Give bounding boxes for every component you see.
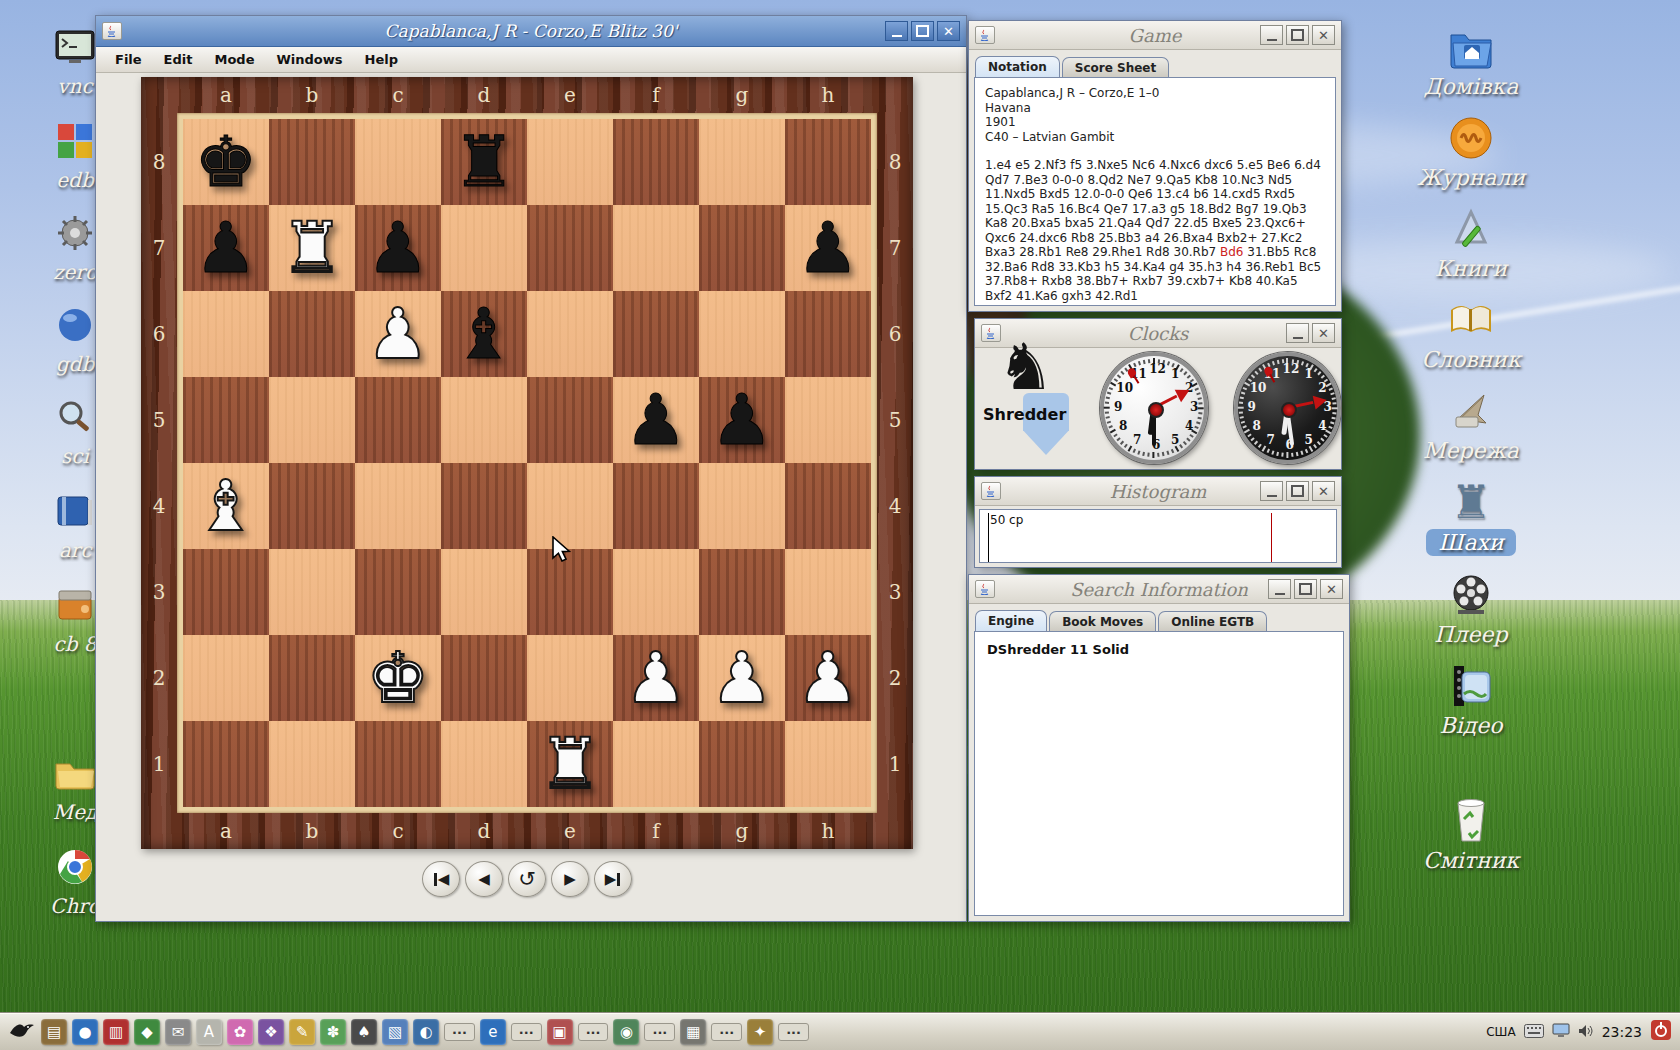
square-f8[interactable] [613, 119, 699, 205]
square-d3[interactable] [441, 549, 527, 635]
taskbar-overflow-button[interactable]: ... [511, 1023, 542, 1041]
desktop-icon-label: Мережа [1423, 438, 1519, 463]
game-header: Capablanca,J R – Corzo,E 1–0Havana1901C4… [985, 86, 1325, 144]
start-bird-icon[interactable] [8, 1019, 36, 1045]
square-a7[interactable]: ♟ [183, 205, 269, 291]
coord-label: 4 [141, 463, 177, 549]
java-icon [975, 26, 995, 44]
square-h6[interactable] [785, 291, 871, 377]
java-icon [975, 580, 995, 598]
minimize-button[interactable] [1286, 323, 1309, 343]
coord-label: 2 [877, 635, 913, 721]
sphere-icon [50, 300, 96, 350]
square-d5[interactable] [441, 377, 527, 463]
square-b2[interactable] [269, 635, 355, 721]
next-move-button[interactable]: ▶ [551, 861, 589, 897]
books-icon [1446, 204, 1496, 254]
close-button[interactable]: ✕ [1312, 481, 1335, 501]
search-tabs: EngineBook MovesOnline EGTB [969, 604, 1349, 632]
maximize-button[interactable] [1286, 25, 1309, 45]
coord-label: 1 [877, 721, 913, 807]
coord-label: h [785, 813, 871, 849]
tab-notation[interactable]: Notation [975, 56, 1060, 78]
coord-label: a [183, 813, 269, 849]
board-squares: ♚♜♟♜♟♟♟♝♟♟♝♚♟♟♟♜ [183, 119, 871, 807]
close-button[interactable]: ✕ [1312, 323, 1335, 343]
white-rook[interactable]: ♜ [269, 205, 355, 291]
histogram-plot: 50 cp 51015202530354 [979, 509, 1337, 563]
taskbar-app-icon[interactable]: ✽ [320, 1019, 346, 1045]
coord-label: 6 [877, 291, 913, 377]
square-c4[interactable] [355, 463, 441, 549]
square-g4[interactable] [699, 463, 785, 549]
desktop-icon-label: Домівка [1424, 74, 1519, 99]
java-icon [102, 22, 122, 40]
histogram-window: Histogram ✕ 50 cp 51015202530354 [974, 476, 1342, 568]
square-c7[interactable]: ♟ [355, 205, 441, 291]
histogram-title-bar[interactable]: Histogram ✕ [975, 477, 1341, 506]
square-h1[interactable] [785, 721, 871, 807]
coord-label: 5 [141, 377, 177, 463]
game-window: Game ✕ NotationScore Sheet Capablanca,J … [968, 20, 1342, 312]
chrome-icon [50, 842, 96, 892]
desktop-icon-magnifier[interactable]: sci [30, 392, 96, 468]
square-h5[interactable] [785, 377, 871, 463]
takeback-icon: ↺ [518, 869, 536, 890]
main-title-bar[interactable]: Capablanca,J R - Corzo,E Blitz 30' ✕ [96, 16, 966, 47]
magnifier-icon [50, 392, 96, 442]
network-icon [1446, 386, 1496, 436]
current-move[interactable]: Bd6 [1220, 245, 1243, 259]
black-pawn[interactable]: ♟ [355, 205, 441, 291]
taskbar-overflow-button[interactable]: ... [644, 1023, 675, 1041]
coord-label: 3 [877, 549, 913, 635]
square-a4[interactable]: ♝ [183, 463, 269, 549]
desktop-icon-video[interactable]: Відео [1439, 661, 1502, 738]
speaker-icon[interactable] [1578, 1023, 1594, 1042]
square-b6[interactable] [269, 291, 355, 377]
square-c3[interactable] [355, 549, 441, 635]
square-b7[interactable]: ♜ [269, 205, 355, 291]
search-information-window: Search Information ✕ EngineBook MovesOnl… [968, 574, 1350, 922]
square-d4[interactable] [441, 463, 527, 549]
taskbar-overflow-button[interactable]: ... [444, 1023, 475, 1041]
black-rook[interactable]: ♜ [441, 119, 527, 205]
coord-label: 5 [877, 377, 913, 463]
desktop-icon-bluebook[interactable]: arc [30, 486, 96, 562]
square-e8[interactable] [527, 119, 613, 205]
square-e6[interactable] [527, 291, 613, 377]
desktop-icon-label: sci [61, 444, 89, 468]
coord-label: 4 [877, 463, 913, 549]
taskbar-icons: ▤●▥◆✉A✿❖✎✽♠▧◐...e...▣...◉...▦...✦... [41, 1019, 809, 1045]
menu-bar: FileEditModeWindowsHelp [96, 47, 966, 73]
minimize-button[interactable] [1268, 579, 1291, 599]
square-d6[interactable]: ♝ [441, 291, 527, 377]
black-pawn[interactable]: ♟ [785, 205, 871, 291]
first-move-icon: ◀ [438, 870, 450, 888]
taskbar-app-icon[interactable]: ❖ [258, 1019, 284, 1045]
square-b1[interactable] [269, 721, 355, 807]
tab-score-sheet[interactable]: Score Sheet [1062, 57, 1169, 78]
taskbar-app-icon[interactable]: ● [72, 1019, 98, 1045]
square-a1[interactable] [183, 721, 269, 807]
game-tabs: NotationScore Sheet [969, 50, 1341, 78]
square-a5[interactable] [183, 377, 269, 463]
move-navigation: ◀◀↺▶▶ [141, 861, 913, 897]
square-f5[interactable]: ♟ [613, 377, 699, 463]
square-g3[interactable] [699, 549, 785, 635]
java-icon [981, 482, 1001, 500]
taskbar-app-icon[interactable]: ▥ [103, 1019, 129, 1045]
square-e1[interactable]: ♜ [527, 721, 613, 807]
coord-label: b [269, 813, 355, 849]
takeback-button[interactable]: ↺ [508, 861, 546, 897]
coord-label: 1 [141, 721, 177, 807]
taskbar-app-icon[interactable]: ✉ [165, 1019, 191, 1045]
taskbar-app-icon[interactable]: ✿ [227, 1019, 253, 1045]
desktop-icon-terminal[interactable]: vnc [30, 22, 96, 98]
coord-label: d [441, 813, 527, 849]
square-f4[interactable] [613, 463, 699, 549]
square-b8[interactable] [269, 119, 355, 205]
square-a3[interactable] [183, 549, 269, 635]
keyboard-layout-indicator[interactable]: США [1486, 1025, 1515, 1039]
desktop: vncedbzerogdbsciarccb 8МедChro ДомівкаЖу… [0, 0, 1680, 1050]
desktop-right-icon-column: ДомівкаЖурналиКнигиСловникМережа♜ШахиПле… [1396, 22, 1546, 887]
taskbar-app-icon[interactable]: ◆ [134, 1019, 160, 1045]
square-g6[interactable] [699, 291, 785, 377]
coord-label: g [699, 813, 785, 849]
mouse-cursor [552, 536, 574, 566]
desktop-icon-label: vnc [57, 74, 92, 98]
white-rook[interactable]: ♜ [527, 721, 613, 807]
square-f6[interactable] [613, 291, 699, 377]
desktop-icon-orangebox[interactable]: cb 8 [30, 580, 96, 656]
square-h8[interactable] [785, 119, 871, 205]
taskbar-app-icon[interactable]: ◐ [413, 1019, 439, 1045]
square-e7[interactable] [527, 205, 613, 291]
desktop-icon-mosaic[interactable]: edb [30, 116, 96, 192]
desktop-icon-label: Chro [50, 894, 96, 918]
mosaic-icon [50, 116, 96, 166]
square-g5[interactable]: ♟ [699, 377, 785, 463]
square-d1[interactable] [441, 721, 527, 807]
coord-label: 8 [141, 119, 177, 205]
square-b4[interactable] [269, 463, 355, 549]
square-d2[interactable] [441, 635, 527, 721]
square-f2[interactable]: ♟ [613, 635, 699, 721]
square-d7[interactable] [441, 205, 527, 291]
shredder-logo-text: Shredder [983, 405, 1066, 424]
game-title-bar[interactable]: Game ✕ [969, 21, 1341, 50]
rank-labels-right: 87654321 [877, 119, 913, 807]
square-a8[interactable]: ♚ [183, 119, 269, 205]
square-c1[interactable] [355, 721, 441, 807]
maximize-button[interactable] [1294, 579, 1317, 599]
desktop-icon-label: Плеер [1434, 622, 1507, 647]
taskbar-app-icon[interactable]: ✦ [747, 1019, 773, 1045]
square-a2[interactable] [183, 635, 269, 721]
desktop-icon-books[interactable]: Книги [1435, 204, 1508, 281]
trash-icon [1446, 796, 1496, 846]
square-f1[interactable] [613, 721, 699, 807]
shredder-main-window: Capablanca,J R - Corzo,E Blitz 30' ✕ Fil… [95, 15, 967, 922]
white-pawn[interactable]: ♟ [699, 635, 785, 721]
square-g2[interactable]: ♟ [699, 635, 785, 721]
gear-icon [50, 208, 96, 258]
taskbar-app-icon[interactable]: A [196, 1019, 222, 1045]
desktop-icon-folder[interactable]: Мед [30, 748, 96, 824]
last-move-icon: ▶ [605, 870, 617, 888]
square-b3[interactable] [269, 549, 355, 635]
square-c2[interactable]: ♚ [355, 635, 441, 721]
taskbar-app-icon[interactable]: ▧ [382, 1019, 408, 1045]
clock-center [1148, 402, 1164, 418]
menu-file[interactable]: File [106, 50, 151, 69]
taskbar-app-icon[interactable]: e [480, 1019, 506, 1045]
chess-board: abcdefgh abcdefgh 87654321 87654321 ♚♜♟♜… [141, 77, 913, 849]
coord-label: 7 [877, 205, 913, 291]
display-icon[interactable] [1552, 1023, 1570, 1042]
black-king[interactable]: ♚ [183, 119, 269, 205]
black-bishop[interactable]: ♝ [441, 291, 527, 377]
desktop-icon-label: Шахи [1426, 529, 1515, 556]
bluebook-icon [50, 486, 96, 536]
square-f3[interactable] [613, 549, 699, 635]
desktop-icon-label: Відео [1439, 713, 1502, 738]
desktop-icon-label: Словник [1421, 347, 1521, 372]
square-e2[interactable] [527, 635, 613, 721]
histogram-y-axis [988, 513, 989, 563]
white-bishop[interactable]: ♝ [183, 463, 269, 549]
player-icon [1446, 570, 1496, 620]
taskbar-clock[interactable]: 23:23 [1602, 1024, 1642, 1040]
coord-label: c [355, 77, 441, 113]
notation-pane[interactable]: Capablanca,J R – Corzo,E 1–0Havana1901C4… [974, 77, 1336, 306]
main-window-title: Capablanca,J R - Corzo,E Blitz 30' [96, 21, 966, 41]
coord-label: 2 [141, 635, 177, 721]
coord-label: f [613, 77, 699, 113]
terminal-icon [50, 22, 96, 72]
desktop-icon-label: zero [53, 260, 96, 284]
previous-move-icon: ◀ [478, 870, 490, 888]
taskbar-app-icon[interactable]: ▦ [680, 1019, 706, 1045]
clocks-window: Clocks ✕ ♞ Shredder 123456789101112 1234… [974, 318, 1342, 470]
square-g8[interactable] [699, 119, 785, 205]
power-icon[interactable] [1650, 1019, 1672, 1045]
journals-icon [1446, 113, 1496, 163]
desktop-icon-home[interactable]: Домівка [1424, 22, 1519, 99]
coord-label: 6 [141, 291, 177, 377]
desktop-icon-gear[interactable]: zero [30, 208, 96, 284]
minimize-button[interactable] [1260, 481, 1283, 501]
file-labels-top: abcdefgh [183, 77, 871, 113]
black-analog-clock: 123456789101112 [1234, 352, 1341, 464]
coord-label: c [355, 813, 441, 849]
menu-mode[interactable]: Mode [205, 50, 263, 69]
game-header-line: Havana [985, 101, 1325, 116]
square-e5[interactable] [527, 377, 613, 463]
desktop-icon-label: Смітник [1423, 848, 1519, 873]
square-c5[interactable] [355, 377, 441, 463]
last-move-button[interactable]: ▶ [594, 861, 632, 897]
desktop-icon-chess[interactable]: ♜Шахи [1426, 477, 1515, 556]
taskbar-overflow-button[interactable]: ... [578, 1023, 609, 1041]
desktop-left-icon-column: vncedbzerogdbsciarccb 8МедChro [0, 0, 96, 960]
dictionary-icon [1446, 295, 1496, 345]
desktop-icon-label: Журнали [1417, 165, 1525, 190]
square-d8[interactable]: ♜ [441, 119, 527, 205]
square-h4[interactable] [785, 463, 871, 549]
square-f7[interactable] [613, 205, 699, 291]
white-pawn[interactable]: ♟ [613, 635, 699, 721]
white-king[interactable]: ♚ [355, 635, 441, 721]
first-move-button[interactable]: ◀ [422, 861, 460, 897]
square-h3[interactable] [785, 549, 871, 635]
chess-icon: ♜ [1446, 477, 1496, 527]
desktop-icon-player[interactable]: Плеер [1434, 570, 1507, 647]
taskbar-overflow-button[interactable]: ... [778, 1023, 809, 1041]
close-button[interactable]: ✕ [1312, 25, 1335, 45]
video-icon [1446, 661, 1496, 711]
orangebox-icon [50, 580, 96, 630]
black-pawn[interactable]: ♟ [699, 377, 785, 463]
file-labels-bottom: abcdefgh [183, 813, 871, 849]
tab-book-moves[interactable]: Book Moves [1049, 611, 1156, 632]
desktop-icon-network[interactable]: Мережа [1423, 386, 1519, 463]
taskbar-overflow-button[interactable]: ... [711, 1023, 742, 1041]
square-b5[interactable] [269, 377, 355, 463]
square-h7[interactable]: ♟ [785, 205, 871, 291]
next-move-icon: ▶ [564, 870, 576, 888]
menu-windows[interactable]: Windows [267, 50, 351, 69]
taskbar-app-icon[interactable]: ◉ [613, 1019, 639, 1045]
taskbar-app-icon[interactable]: ♠ [351, 1019, 377, 1045]
close-button[interactable]: ✕ [937, 21, 960, 41]
shredder-knight-icon: ♞ [997, 335, 1054, 399]
histogram-current-move-marker [1271, 513, 1272, 563]
desktop-icon-label: edb [56, 168, 93, 192]
black-pawn[interactable]: ♟ [183, 205, 269, 291]
coord-label: 3 [141, 549, 177, 635]
desktop-icon-label: Книги [1435, 256, 1508, 281]
tab-engine[interactable]: Engine [975, 610, 1047, 632]
maximize-button[interactable] [911, 21, 934, 41]
desktop-icon-dictionary[interactable]: Словник [1421, 295, 1521, 372]
white-pawn[interactable]: ♟ [785, 635, 871, 721]
java-icon [981, 324, 1001, 342]
desktop-icon-label: Мед [53, 800, 96, 824]
coord-label: 8 [877, 119, 913, 205]
square-g1[interactable] [699, 721, 785, 807]
move-list[interactable]: 1.e4 e5 2.Nf3 f5 3.Nxe5 Nc6 4.Nxc6 dxc6 … [985, 158, 1325, 303]
white-pawn[interactable]: ♟ [355, 291, 441, 377]
search-title-bar[interactable]: Search Information ✕ [969, 575, 1349, 604]
menu-edit[interactable]: Edit [155, 50, 202, 69]
histogram-scale-label: 50 cp [990, 513, 1023, 527]
coord-label: b [269, 77, 355, 113]
square-a6[interactable] [183, 291, 269, 377]
coord-label: d [441, 77, 527, 113]
square-h2[interactable]: ♟ [785, 635, 871, 721]
coord-label: 7 [141, 205, 177, 291]
rank-labels-left: 87654321 [141, 119, 177, 807]
taskbar-app-icon[interactable]: ✎ [289, 1019, 315, 1045]
desktop-icon-chrome[interactable]: Chro [30, 842, 96, 918]
square-c8[interactable] [355, 119, 441, 205]
square-c6[interactable]: ♟ [355, 291, 441, 377]
desktop-icon-label: gdb [56, 352, 94, 376]
shredder-logo: ♞ Shredder [989, 349, 1092, 467]
taskbar-app-icon[interactable]: ▤ [41, 1019, 67, 1045]
coord-label: e [527, 813, 613, 849]
engine-name: DShredder 11 Solid [975, 632, 1343, 667]
desktop-icon-journals[interactable]: Журнали [1417, 113, 1525, 190]
coord-label: f [613, 813, 699, 849]
square-g7[interactable] [699, 205, 785, 291]
previous-move-button[interactable]: ◀ [465, 861, 503, 897]
board-inner-frame: ♚♜♟♜♟♟♟♝♟♟♝♚♟♟♟♜ [177, 113, 877, 813]
menu-help[interactable]: Help [356, 50, 407, 69]
coord-label: h [785, 77, 871, 113]
taskbar-app-icon[interactable]: ▣ [547, 1019, 573, 1045]
coord-label: g [699, 77, 785, 113]
coord-label: e [527, 77, 613, 113]
close-button[interactable]: ✕ [1320, 579, 1343, 599]
minimize-button[interactable] [885, 21, 908, 41]
game-header-line: Capablanca,J R – Corzo,E 1–0 [985, 86, 1325, 101]
black-pawn[interactable]: ♟ [613, 377, 699, 463]
tab-online-egtb[interactable]: Online EGTB [1158, 611, 1267, 632]
desktop-icon-label: arc [59, 538, 92, 562]
keyboard-icon[interactable] [1524, 1023, 1544, 1042]
desktop-icon-sphere[interactable]: gdb [30, 300, 96, 376]
maximize-button[interactable] [1286, 481, 1309, 501]
desktop-icon-label: cb 8 [53, 632, 96, 656]
white-analog-clock: 123456789101112 [1100, 352, 1207, 464]
minimize-button[interactable] [1260, 25, 1283, 45]
game-header-line: 1901 [985, 115, 1325, 130]
desktop-icon-trash[interactable]: Смітник [1423, 796, 1519, 873]
taskbar: ▤●▥◆✉A✿❖✎✽♠▧◐...e...▣...◉...▦...✦... США… [0, 1013, 1680, 1050]
coord-label: a [183, 77, 269, 113]
engine-pane: DShredder 11 Solid [974, 631, 1344, 916]
clocks-body: ♞ Shredder 123456789101112 1234567891011… [975, 347, 1341, 469]
system-tray: США 23:23 [1486, 1019, 1672, 1045]
home-icon [1446, 22, 1496, 72]
folder-icon [50, 748, 96, 798]
game-header-line: C40 – Latvian Gambit [985, 130, 1325, 145]
